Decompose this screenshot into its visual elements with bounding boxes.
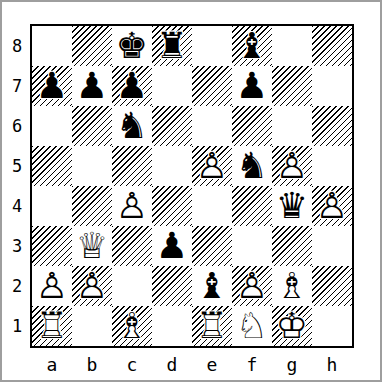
piece-white-rook[interactable]: ♖ [32, 306, 72, 346]
square-b1[interactable] [72, 306, 112, 346]
piece-white-pawn[interactable]: ♙ [272, 146, 312, 186]
file-label-d: d [152, 351, 192, 379]
square-e4[interactable] [192, 186, 232, 226]
square-e7[interactable] [192, 66, 232, 106]
piece-white-rook[interactable]: ♖ [192, 306, 232, 346]
piece-black-pawn[interactable]: ♟ [232, 66, 272, 106]
file-label-c: c [112, 351, 152, 379]
piece-white-bishop[interactable]: ♗ [272, 266, 312, 306]
square-b7[interactable]: ♟♟ [72, 66, 112, 106]
piece-white-knight[interactable]: ♘ [232, 306, 272, 346]
square-e2[interactable]: ♝♝ [192, 266, 232, 306]
square-h5[interactable] [312, 146, 352, 186]
square-c3[interactable] [112, 226, 152, 266]
chess-diagram: 87654321 ♚♚♜♜♝♝♟♟♟♟♟♟♟♟♞♞♟♙♞♞♟♙♟♙♛♛♟♙♛♕♟… [0, 0, 382, 382]
piece-white-pawn[interactable]: ♙ [32, 266, 72, 306]
rank-label-1: 1 [7, 306, 27, 346]
file-label-g: g [272, 351, 312, 379]
square-b6[interactable] [72, 106, 112, 146]
square-h6[interactable] [312, 106, 352, 146]
square-a3[interactable] [32, 226, 72, 266]
piece-black-knight[interactable]: ♞ [232, 146, 272, 186]
square-c6[interactable]: ♞♞ [112, 106, 152, 146]
square-e8[interactable] [192, 26, 232, 66]
square-g8[interactable] [272, 26, 312, 66]
piece-black-knight[interactable]: ♞ [112, 106, 152, 146]
square-a6[interactable] [32, 106, 72, 146]
square-f8[interactable]: ♝♝ [232, 26, 272, 66]
square-d5[interactable] [152, 146, 192, 186]
square-h4[interactable]: ♟♙ [312, 186, 352, 226]
square-a2[interactable]: ♟♙ [32, 266, 72, 306]
file-labels: abcdefgh [32, 351, 352, 379]
file-label-b: b [72, 351, 112, 379]
square-f2[interactable]: ♟♙ [232, 266, 272, 306]
square-d7[interactable] [152, 66, 192, 106]
piece-white-pawn[interactable]: ♙ [72, 266, 112, 306]
square-f6[interactable] [232, 106, 272, 146]
file-label-e: e [192, 351, 232, 379]
square-g2[interactable]: ♝♗ [272, 266, 312, 306]
square-f3[interactable] [232, 226, 272, 266]
rank-label-6: 6 [7, 106, 27, 146]
file-label-h: h [312, 351, 352, 379]
square-f5[interactable]: ♞♞ [232, 146, 272, 186]
square-f1[interactable]: ♞♘ [232, 306, 272, 346]
piece-white-pawn[interactable]: ♙ [232, 266, 272, 306]
piece-black-bishop[interactable]: ♝ [232, 26, 272, 66]
square-d6[interactable] [152, 106, 192, 146]
piece-black-pawn[interactable]: ♟ [112, 66, 152, 106]
square-c7[interactable]: ♟♟ [112, 66, 152, 106]
square-e3[interactable] [192, 226, 232, 266]
square-h1[interactable] [312, 306, 352, 346]
piece-black-queen[interactable]: ♛ [272, 186, 312, 226]
square-d4[interactable] [152, 186, 192, 226]
piece-black-bishop[interactable]: ♝ [192, 266, 232, 306]
square-h7[interactable] [312, 66, 352, 106]
file-label-f: f [232, 351, 272, 379]
square-h3[interactable] [312, 226, 352, 266]
square-b5[interactable] [72, 146, 112, 186]
piece-white-pawn[interactable]: ♙ [312, 186, 352, 226]
square-c1[interactable]: ♝♗ [112, 306, 152, 346]
rank-label-3: 3 [7, 226, 27, 266]
square-a5[interactable] [32, 146, 72, 186]
piece-white-king[interactable]: ♔ [272, 306, 312, 346]
square-c4[interactable]: ♟♙ [112, 186, 152, 226]
square-d2[interactable] [152, 266, 192, 306]
chess-board: ♚♚♜♜♝♝♟♟♟♟♟♟♟♟♞♞♟♙♞♞♟♙♟♙♛♛♟♙♛♕♟♟♟♙♟♙♝♝♟♙… [30, 24, 354, 348]
square-d1[interactable] [152, 306, 192, 346]
piece-black-king[interactable]: ♚ [112, 26, 152, 66]
square-e1[interactable]: ♜♖ [192, 306, 232, 346]
square-c5[interactable] [112, 146, 152, 186]
square-e6[interactable] [192, 106, 232, 146]
square-g5[interactable]: ♟♙ [272, 146, 312, 186]
square-d8[interactable]: ♜♜ [152, 26, 192, 66]
rank-labels: 87654321 [7, 26, 27, 346]
file-label-a: a [32, 351, 72, 379]
square-e5[interactable]: ♟♙ [192, 146, 232, 186]
rank-label-8: 8 [7, 26, 27, 66]
rank-label-4: 4 [7, 186, 27, 226]
piece-white-queen[interactable]: ♕ [72, 226, 112, 266]
square-f7[interactable]: ♟♟ [232, 66, 272, 106]
piece-black-pawn[interactable]: ♟ [72, 66, 112, 106]
square-g3[interactable] [272, 226, 312, 266]
square-b2[interactable]: ♟♙ [72, 266, 112, 306]
square-c2[interactable] [112, 266, 152, 306]
square-f4[interactable] [232, 186, 272, 226]
piece-black-pawn[interactable]: ♟ [152, 226, 192, 266]
square-a4[interactable] [32, 186, 72, 226]
piece-white-bishop[interactable]: ♗ [112, 306, 152, 346]
square-a8[interactable] [32, 26, 72, 66]
square-d3[interactable]: ♟♟ [152, 226, 192, 266]
square-b3[interactable]: ♛♕ [72, 226, 112, 266]
rank-label-5: 5 [7, 146, 27, 186]
square-h2[interactable] [312, 266, 352, 306]
square-g7[interactable] [272, 66, 312, 106]
piece-white-pawn[interactable]: ♙ [112, 186, 152, 226]
piece-black-rook[interactable]: ♜ [152, 26, 192, 66]
rank-label-2: 2 [7, 266, 27, 306]
rank-label-7: 7 [7, 66, 27, 106]
piece-black-pawn[interactable]: ♟ [32, 66, 72, 106]
square-g6[interactable] [272, 106, 312, 146]
square-g1[interactable]: ♚♔ [272, 306, 312, 346]
square-a1[interactable]: ♜♖ [32, 306, 72, 346]
square-b4[interactable] [72, 186, 112, 226]
square-g4[interactable]: ♛♛ [272, 186, 312, 226]
square-b8[interactable] [72, 26, 112, 66]
square-a7[interactable]: ♟♟ [32, 66, 72, 106]
piece-white-pawn[interactable]: ♙ [192, 146, 232, 186]
square-h8[interactable] [312, 26, 352, 66]
square-c8[interactable]: ♚♚ [112, 26, 152, 66]
